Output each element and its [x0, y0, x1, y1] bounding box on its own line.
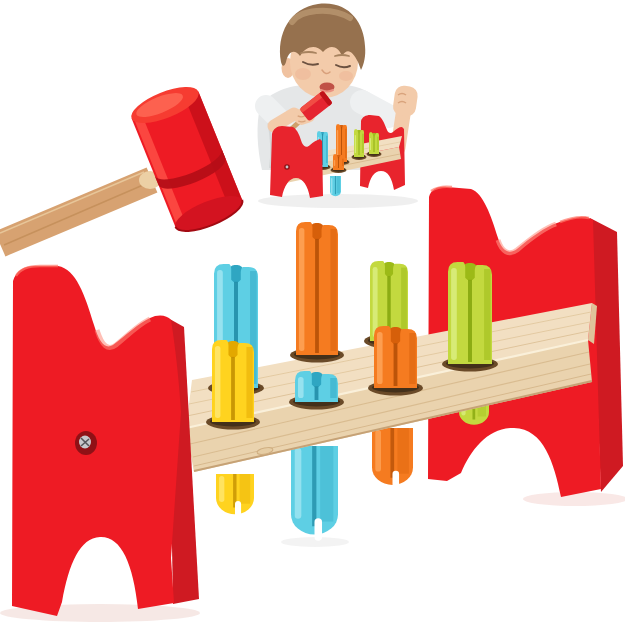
- peg-blue-long: [291, 446, 338, 541]
- peg-yellow-stub: [216, 474, 254, 519]
- screw: [75, 431, 97, 455]
- peg-blue-front: [289, 371, 344, 410]
- inset-toy: [270, 115, 405, 198]
- peg-orange-stub: [372, 428, 413, 490]
- product-photo: [0, 0, 625, 625]
- peg-green-front: [442, 262, 498, 372]
- main-toy: [12, 187, 623, 616]
- baby-head: [280, 4, 365, 98]
- baby-right-sleeve: [362, 102, 388, 116]
- left-end-panel: [12, 266, 199, 616]
- peg-orange-back: [290, 222, 344, 363]
- inset-photo: [258, 4, 419, 208]
- mallet: [0, 79, 247, 256]
- baby-right-fist: [392, 85, 419, 118]
- scene-svg: [0, 0, 625, 625]
- mallet-head: [127, 79, 247, 238]
- peg-yellow-front: [206, 340, 260, 430]
- peg-i-blue-stub: [330, 176, 341, 196]
- peg-orange-front: [368, 326, 423, 396]
